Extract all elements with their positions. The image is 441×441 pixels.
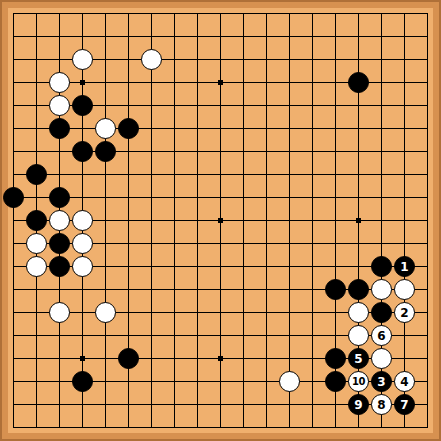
grid-line (151, 117, 152, 140)
intersection (278, 71, 301, 94)
intersection (163, 163, 186, 186)
grid-line (266, 48, 267, 71)
intersection (140, 163, 163, 186)
intersection (140, 393, 163, 416)
grid-line (197, 232, 198, 255)
intersection (416, 186, 439, 209)
intersection (2, 163, 25, 186)
intersection (278, 2, 301, 25)
intersection (25, 347, 48, 370)
grid-line (335, 255, 336, 278)
grid-line (174, 163, 175, 186)
grid-line (82, 163, 83, 186)
intersection (117, 209, 140, 232)
intersection (232, 232, 255, 255)
stone-black (72, 141, 93, 162)
intersection (140, 94, 163, 117)
grid-line (197, 416, 198, 428)
stone-black (3, 187, 24, 208)
grid-line (243, 13, 244, 25)
intersection: 8 (370, 393, 393, 416)
intersection (301, 71, 324, 94)
stone-white (49, 302, 70, 323)
intersection (324, 186, 347, 209)
grid-line (289, 186, 290, 209)
intersection (186, 25, 209, 48)
intersection (117, 2, 140, 25)
grid-line (335, 48, 336, 71)
intersection (25, 209, 48, 232)
intersection (324, 232, 347, 255)
grid-line (427, 13, 428, 25)
intersection (347, 163, 370, 186)
intersection (370, 347, 393, 370)
grid-line (197, 48, 198, 71)
intersection (416, 117, 439, 140)
grid-line (197, 13, 198, 25)
grid-line (197, 186, 198, 209)
grid-line (59, 393, 60, 416)
grid-line (427, 140, 428, 163)
intersection (232, 140, 255, 163)
intersection (117, 94, 140, 117)
intersection (163, 186, 186, 209)
grid-line (427, 393, 428, 416)
intersection (71, 209, 94, 232)
intersection (301, 324, 324, 347)
intersection (232, 324, 255, 347)
intersection (301, 278, 324, 301)
grid-line (82, 324, 83, 347)
intersection (48, 393, 71, 416)
grid-line (151, 255, 152, 278)
grid-line (174, 255, 175, 278)
grid-line (36, 13, 37, 25)
grid-line (82, 301, 83, 324)
grid-line (289, 71, 290, 94)
intersection (232, 278, 255, 301)
grid-line (220, 370, 221, 393)
grid-line (13, 71, 14, 94)
grid-line (220, 25, 221, 48)
grid-line (128, 416, 129, 428)
intersection (232, 117, 255, 140)
intersection (25, 232, 48, 255)
intersection (232, 2, 255, 25)
intersection (324, 117, 347, 140)
grid-line (335, 416, 336, 428)
intersection (71, 393, 94, 416)
intersection (301, 117, 324, 140)
grid-line (13, 232, 14, 255)
grid-line (381, 25, 382, 48)
intersection (416, 209, 439, 232)
grid-line (128, 301, 129, 324)
intersection (163, 25, 186, 48)
intersection (186, 370, 209, 393)
grid-line (105, 232, 106, 255)
grid-line (151, 347, 152, 370)
grid-line (335, 140, 336, 163)
grid-line (13, 347, 14, 370)
intersection (347, 140, 370, 163)
grid-line (13, 301, 14, 324)
intersection (255, 209, 278, 232)
grid-line (243, 255, 244, 278)
grid-line (13, 416, 14, 428)
grid-line (36, 186, 37, 209)
grid-line (312, 393, 313, 416)
grid-line (36, 370, 37, 393)
intersection (163, 71, 186, 94)
grid-line (358, 163, 359, 186)
intersection (25, 324, 48, 347)
intersection (416, 416, 439, 439)
intersection (393, 163, 416, 186)
grid-line (174, 347, 175, 370)
intersection (209, 163, 232, 186)
intersection (278, 163, 301, 186)
grid-line (128, 278, 129, 301)
grid-line (36, 278, 37, 301)
grid-line (59, 278, 60, 301)
intersection (209, 301, 232, 324)
intersection (347, 232, 370, 255)
intersection (393, 278, 416, 301)
intersection (301, 94, 324, 117)
intersection (71, 25, 94, 48)
intersection (48, 186, 71, 209)
grid-line (174, 209, 175, 232)
intersection (347, 94, 370, 117)
stone-white (49, 210, 70, 231)
move-number-label: 9 (354, 399, 362, 411)
grid-line (427, 117, 428, 140)
grid-line (82, 416, 83, 428)
grid-line (266, 94, 267, 117)
grid-line (59, 347, 60, 370)
grid-line (266, 347, 267, 370)
grid-line (151, 370, 152, 393)
grid-line (427, 278, 428, 301)
stone-black (49, 118, 70, 139)
grid-line (13, 128, 25, 129)
intersection: 3 (370, 370, 393, 393)
grid-line (312, 370, 313, 393)
intersection (140, 140, 163, 163)
move-number-label: 6 (377, 330, 385, 342)
grid-line (128, 25, 129, 48)
intersection (278, 209, 301, 232)
grid-line (220, 140, 221, 163)
intersection (94, 94, 117, 117)
intersection (25, 278, 48, 301)
grid-line (335, 117, 336, 140)
grid-line (243, 393, 244, 416)
intersection (324, 209, 347, 232)
intersection (232, 416, 255, 439)
grid-line (312, 94, 313, 117)
grid-line (404, 232, 405, 255)
intersection (117, 301, 140, 324)
grid-line (197, 94, 198, 117)
intersection (232, 186, 255, 209)
stone-white: 2 (394, 302, 415, 323)
intersection (301, 347, 324, 370)
grid-line (82, 25, 83, 48)
intersection (324, 324, 347, 347)
grid-line (404, 324, 405, 347)
grid-line (312, 186, 313, 209)
grid-line (220, 278, 221, 301)
stone-white: 8 (371, 394, 392, 415)
grid-line (128, 163, 129, 186)
intersection (416, 2, 439, 25)
stone-white (26, 256, 47, 277)
grid-line (381, 163, 382, 186)
grid-line (151, 71, 152, 94)
intersection (48, 2, 71, 25)
intersection (347, 71, 370, 94)
grid-line (105, 393, 106, 416)
intersection (140, 370, 163, 393)
grid-line (266, 324, 267, 347)
intersection (140, 324, 163, 347)
stone-white (371, 348, 392, 369)
grid-line (404, 117, 405, 140)
grid-line (197, 278, 198, 301)
grid-line (13, 59, 25, 60)
grid-line (312, 347, 313, 370)
grid-line (220, 117, 221, 140)
grid-line (174, 232, 175, 255)
intersection (163, 2, 186, 25)
grid-line (13, 266, 25, 267)
stone-black (49, 233, 70, 254)
intersection (94, 370, 117, 393)
grid-line (312, 416, 313, 428)
intersection (255, 347, 278, 370)
stone-white: 10 (348, 371, 369, 392)
stone-black (348, 72, 369, 93)
grid-line (289, 140, 290, 163)
intersection (416, 48, 439, 71)
intersection: 7 (393, 393, 416, 416)
grid-line (335, 209, 336, 232)
grid-line (197, 370, 198, 393)
grid-line (151, 324, 152, 347)
intersection (2, 2, 25, 25)
intersection (48, 48, 71, 71)
grid-line (266, 370, 267, 393)
intersection (393, 416, 416, 439)
grid-line (243, 416, 244, 428)
intersection (255, 393, 278, 416)
intersection (25, 117, 48, 140)
intersection (370, 209, 393, 232)
intersection (370, 25, 393, 48)
grid-line (289, 301, 290, 324)
stone-black (371, 256, 392, 277)
move-number-label: 8 (377, 399, 385, 411)
star-point (218, 218, 223, 223)
grid-line (427, 370, 428, 393)
grid-line (404, 94, 405, 117)
grid-line (174, 416, 175, 428)
intersection (186, 48, 209, 71)
intersection (140, 278, 163, 301)
stone-black (72, 371, 93, 392)
intersection (117, 232, 140, 255)
intersection (2, 140, 25, 163)
grid-line (289, 255, 290, 278)
intersection (393, 347, 416, 370)
grid-line (36, 140, 37, 163)
grid-line (36, 347, 37, 370)
intersection (48, 25, 71, 48)
grid-line (82, 393, 83, 416)
intersection (255, 186, 278, 209)
grid-line (335, 71, 336, 94)
grid-line (220, 301, 221, 324)
grid-line (82, 117, 83, 140)
intersection (48, 416, 71, 439)
intersection (209, 71, 232, 94)
grid-line (243, 25, 244, 48)
grid-line (243, 48, 244, 71)
intersection (71, 255, 94, 278)
go-board-diagram: 12651034987 (0, 0, 441, 441)
grid-line (151, 209, 152, 232)
intersection (278, 324, 301, 347)
grid-line (381, 416, 382, 428)
grid-line (335, 301, 336, 324)
intersection (117, 25, 140, 48)
intersection (71, 416, 94, 439)
intersection (416, 278, 439, 301)
grid-line (289, 209, 290, 232)
intersection (186, 278, 209, 301)
intersection (347, 25, 370, 48)
intersection (117, 255, 140, 278)
grid-line (243, 186, 244, 209)
grid-line (266, 278, 267, 301)
move-number-label: 4 (400, 376, 408, 388)
intersection (255, 324, 278, 347)
grid-line (358, 416, 359, 428)
grid-line (36, 25, 37, 48)
intersection (347, 48, 370, 71)
intersection (117, 117, 140, 140)
grid-line (59, 48, 60, 71)
stone-white (95, 118, 116, 139)
grid-line (128, 71, 129, 94)
intersection (370, 232, 393, 255)
grid-line (266, 255, 267, 278)
intersection (71, 278, 94, 301)
intersection (71, 94, 94, 117)
intersection (393, 232, 416, 255)
intersection (255, 48, 278, 71)
grid-line (427, 232, 428, 255)
intersection (140, 186, 163, 209)
grid-line (243, 278, 244, 301)
intersection (393, 324, 416, 347)
intersection (278, 416, 301, 439)
intersection (140, 255, 163, 278)
stone-white (371, 279, 392, 300)
grid-line (427, 347, 428, 370)
grid-line (13, 48, 14, 71)
stone-black: 1 (394, 256, 415, 277)
grid-line (82, 186, 83, 209)
stone-black (49, 187, 70, 208)
grid-line (358, 13, 359, 25)
intersection (416, 140, 439, 163)
intersection (117, 347, 140, 370)
intersection (324, 370, 347, 393)
intersection (163, 301, 186, 324)
stone-white (279, 371, 300, 392)
intersection (278, 232, 301, 255)
intersection (278, 347, 301, 370)
grid-line (266, 232, 267, 255)
intersection (278, 255, 301, 278)
intersection (140, 209, 163, 232)
grid-line (335, 94, 336, 117)
stone-black (72, 95, 93, 116)
intersection (232, 94, 255, 117)
grid-line (266, 393, 267, 416)
intersection (232, 48, 255, 71)
stone-black: 9 (348, 394, 369, 415)
grid-line (220, 232, 221, 255)
intersection (347, 117, 370, 140)
intersection (186, 71, 209, 94)
intersection (255, 163, 278, 186)
intersection (416, 163, 439, 186)
grid-line (13, 381, 25, 382)
grid-line (358, 255, 359, 278)
grid-line (197, 255, 198, 278)
intersection (370, 301, 393, 324)
intersection (94, 347, 117, 370)
grid-line (151, 25, 152, 48)
grid-line (174, 186, 175, 209)
grid-line (312, 117, 313, 140)
grid-line (174, 13, 175, 25)
stone-white (72, 233, 93, 254)
intersection (278, 393, 301, 416)
intersection (255, 301, 278, 324)
grid-line (36, 117, 37, 140)
intersection (71, 370, 94, 393)
intersection (324, 25, 347, 48)
intersection (370, 416, 393, 439)
intersection (117, 370, 140, 393)
stone-black (95, 141, 116, 162)
grid-line (312, 13, 313, 25)
grid-line (427, 163, 428, 186)
grid-line (266, 163, 267, 186)
intersection (255, 71, 278, 94)
grid-line (105, 209, 106, 232)
grid-line (404, 209, 405, 232)
grid-line (312, 140, 313, 163)
grid-line (128, 140, 129, 163)
goban-grid: 12651034987 (2, 2, 439, 439)
intersection (163, 117, 186, 140)
